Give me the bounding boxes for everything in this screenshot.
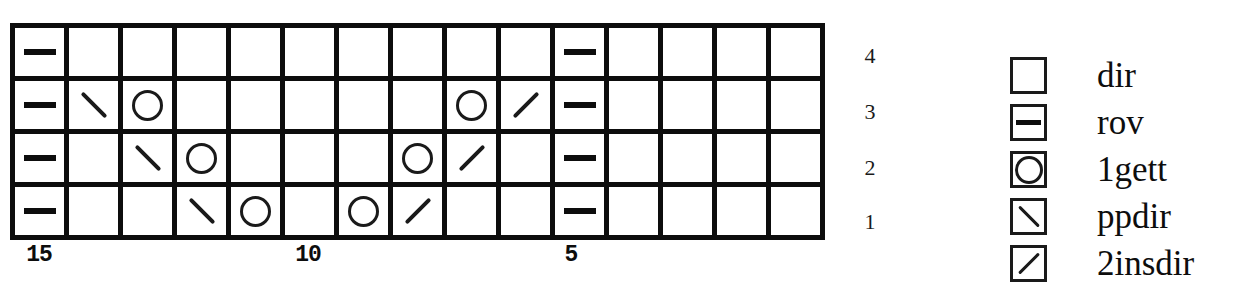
chart-cell-r4c3-dir (663, 28, 712, 76)
legend-item-2insdir: 2insdir (1010, 245, 1194, 282)
chart-cell-r3c1-dir (771, 81, 820, 129)
legend-symbol-box (1010, 104, 1047, 141)
slash-icon (458, 145, 485, 172)
backslash-icon (134, 145, 161, 172)
chart-cell-r2c12-1gett (177, 134, 226, 182)
chart-cell-r4c5-rov (555, 28, 604, 76)
chart-cell-r2c6-dir (501, 134, 550, 182)
circle-icon (186, 143, 217, 174)
legend-symbol-box (1010, 57, 1047, 94)
legend-label: rov (1097, 104, 1144, 141)
chart-cell-r3c2-dir (717, 81, 766, 129)
legend-item-1gett: 1gett (1010, 151, 1194, 188)
chart-cell-r2c14-dir (69, 134, 118, 182)
chart-cell-r4c2-dir (717, 28, 766, 76)
dash-icon (24, 49, 56, 55)
chart-cell-r2c10-dir (285, 134, 334, 182)
legend-item-rov: rov (1010, 104, 1194, 141)
legend-symbol-box (1010, 245, 1047, 282)
circle-icon (240, 196, 271, 227)
chart-cell-r2c8-1gett (393, 134, 442, 182)
dash-icon (1016, 120, 1041, 125)
chart-cell-r3c12-dir (177, 81, 226, 129)
chart-cell-r3c10-dir (285, 81, 334, 129)
circle-icon (132, 90, 163, 121)
chart-cell-r1c1-dir (771, 187, 820, 235)
chart-cell-r4c15-rov (15, 28, 64, 76)
chart-cell-r3c4-dir (609, 81, 658, 129)
chart-cell-r3c7-1gett (447, 81, 496, 129)
chart-cell-r2c5-rov (555, 134, 604, 182)
chart-cell-r2c7-2insdir (447, 134, 496, 182)
chart-cell-r1c13-dir (123, 187, 172, 235)
backslash-icon (188, 198, 215, 225)
dash-icon (564, 102, 596, 108)
chart-cell-r4c12-dir (177, 28, 226, 76)
chart-cell-r3c13-1gett (123, 81, 172, 129)
chart-cell-r1c14-dir (69, 187, 118, 235)
legend-item-dir: dir (1010, 57, 1194, 94)
chart-cell-r1c4-dir (609, 187, 658, 235)
chart-cell-r4c11-dir (231, 28, 280, 76)
chart-cell-r2c2-dir (717, 134, 766, 182)
chart-cell-r2c3-dir (663, 134, 712, 182)
chart-cell-r1c6-dir (501, 187, 550, 235)
column-number-15: 15 (26, 243, 52, 267)
chart-cell-r4c4-dir (609, 28, 658, 76)
chart-cell-r4c1-dir (771, 28, 820, 76)
chart-cell-r4c9-dir (339, 28, 388, 76)
knitting-chart-screenshot: 15 10 5 4 3 2 1 dirrov1gettppdir2insdir (0, 0, 1236, 297)
row-number-4: 4 (858, 45, 882, 67)
chart-cell-r3c8-dir (393, 81, 442, 129)
chart-cell-r1c7-dir (447, 187, 496, 235)
chart-cell-r3c11-dir (231, 81, 280, 129)
chart-cell-r2c9-dir (339, 134, 388, 182)
chart-cell-r1c12-ppdir (177, 187, 226, 235)
chart-cell-r4c7-dir (447, 28, 496, 76)
chart-cell-r1c10-dir (285, 187, 334, 235)
dash-icon (564, 155, 596, 161)
chart-cell-r1c9-1gett (339, 187, 388, 235)
column-number-5: 5 (565, 243, 578, 267)
chart-cell-r3c3-dir (663, 81, 712, 129)
circle-icon (456, 90, 487, 121)
dash-icon (564, 49, 596, 55)
backslash-icon (80, 92, 107, 119)
chart-cell-r1c15-rov (15, 187, 64, 235)
chart-cell-r1c8-2insdir (393, 187, 442, 235)
stitch-legend: dirrov1gettppdir2insdir (1010, 57, 1194, 282)
chart-cell-r3c9-dir (339, 81, 388, 129)
row-number-3: 3 (858, 101, 882, 123)
chart-cell-r2c13-ppdir (123, 134, 172, 182)
chart-cell-r4c10-dir (285, 28, 334, 76)
slash-icon (512, 92, 539, 119)
chart-cell-r3c6-2insdir (501, 81, 550, 129)
chart-cell-r2c15-rov (15, 134, 64, 182)
circle-icon (1015, 156, 1043, 184)
column-number-10: 10 (295, 243, 321, 267)
legend-symbol-box (1010, 198, 1047, 235)
dash-icon (24, 208, 56, 214)
knitting-chart-grid (10, 23, 825, 240)
legend-label: dir (1097, 57, 1136, 94)
dash-icon (564, 208, 596, 214)
chart-cell-r4c6-dir (501, 28, 550, 76)
legend-symbol-box (1010, 151, 1047, 188)
backslash-icon (1018, 206, 1040, 228)
slash-icon (404, 198, 431, 225)
chart-cell-r2c1-dir (771, 134, 820, 182)
chart-cell-r4c13-dir (123, 28, 172, 76)
dash-icon (24, 102, 56, 108)
chart-cell-r4c8-dir (393, 28, 442, 76)
chart-cell-r3c15-rov (15, 81, 64, 129)
row-number-2: 2 (858, 157, 882, 179)
chart-cell-r4c14-dir (69, 28, 118, 76)
chart-cell-r3c14-ppdir (69, 81, 118, 129)
legend-label: 2insdir (1097, 245, 1194, 282)
chart-cell-r2c11-dir (231, 134, 280, 182)
chart-cell-r1c5-rov (555, 187, 604, 235)
chart-cell-r1c2-dir (717, 187, 766, 235)
chart-cell-r3c5-rov (555, 81, 604, 129)
dash-icon (24, 155, 56, 161)
chart-cell-r2c4-dir (609, 134, 658, 182)
circle-icon (402, 143, 433, 174)
row-number-1: 1 (858, 211, 882, 233)
legend-label: ppdir (1097, 198, 1171, 235)
chart-cell-r1c3-dir (663, 187, 712, 235)
slash-icon (1018, 253, 1040, 275)
chart-cell-r1c11-1gett (231, 187, 280, 235)
circle-icon (348, 196, 379, 227)
legend-label: 1gett (1097, 151, 1167, 188)
legend-item-ppdir: ppdir (1010, 198, 1194, 235)
